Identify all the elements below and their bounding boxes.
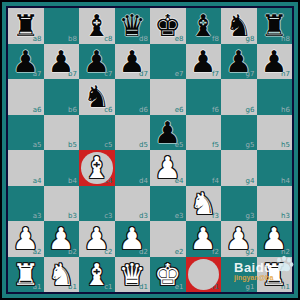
board-frame-outer: a8♜b8c8♝d8♛e8♚f8♝g8♞h8♜a7♟b7♟c7♟d7♟e7f7♟… bbox=[0, 0, 300, 300]
square-g7[interactable]: g7♟ bbox=[221, 44, 257, 80]
square-c2[interactable]: c2♟ bbox=[79, 221, 115, 257]
square-g1[interactable]: g1 bbox=[221, 257, 257, 293]
piece-black-rook[interactable]: ♜ bbox=[8, 8, 44, 44]
square-g8[interactable]: g8♞ bbox=[221, 8, 257, 44]
piece-black-pawn[interactable]: ♟ bbox=[115, 44, 151, 80]
square-label-f4: f4 bbox=[212, 177, 219, 185]
square-d5[interactable]: d5 bbox=[115, 115, 151, 151]
square-label-d4: d4 bbox=[139, 177, 148, 185]
square-g6[interactable]: g6 bbox=[221, 79, 257, 115]
square-label-a6: a6 bbox=[33, 106, 42, 114]
square-e3[interactable]: e3 bbox=[150, 186, 186, 222]
square-f2[interactable]: f2♟ bbox=[186, 221, 222, 257]
piece-black-pawn[interactable]: ♟ bbox=[221, 44, 257, 80]
square-h7[interactable]: h7♟ bbox=[257, 44, 293, 80]
piece-white-queen[interactable]: ♛ bbox=[115, 257, 151, 293]
square-e8[interactable]: e8♚ bbox=[150, 8, 186, 44]
square-e2[interactable]: e2 bbox=[150, 221, 186, 257]
square-c1[interactable]: c1♝ bbox=[79, 257, 115, 293]
square-label-g6: g6 bbox=[246, 106, 255, 114]
square-label-h5: h5 bbox=[281, 141, 290, 149]
piece-white-pawn[interactable]: ♟ bbox=[257, 221, 293, 257]
square-a6[interactable]: a6 bbox=[8, 79, 44, 115]
move-highlight-circle bbox=[188, 259, 220, 291]
square-c4[interactable]: c4♝ bbox=[79, 150, 115, 186]
piece-white-bishop[interactable]: ♝ bbox=[79, 257, 115, 293]
square-c8[interactable]: c8♝ bbox=[79, 8, 115, 44]
square-a2[interactable]: a2♟ bbox=[8, 221, 44, 257]
square-f1[interactable]: f1 bbox=[186, 257, 222, 293]
piece-black-pawn[interactable]: ♟ bbox=[44, 44, 80, 80]
piece-black-queen[interactable]: ♛ bbox=[115, 8, 151, 44]
square-b6[interactable]: b6 bbox=[44, 79, 80, 115]
square-b2[interactable]: b2♟ bbox=[44, 221, 80, 257]
piece-black-pawn[interactable]: ♟ bbox=[150, 115, 186, 151]
square-a8[interactable]: a8♜ bbox=[8, 8, 44, 44]
piece-white-king[interactable]: ♚ bbox=[150, 257, 186, 293]
square-g2[interactable]: g2♟ bbox=[221, 221, 257, 257]
square-b1[interactable]: b1♞ bbox=[44, 257, 80, 293]
square-label-e6: e6 bbox=[175, 106, 184, 114]
square-f5[interactable]: f5 bbox=[186, 115, 222, 151]
piece-black-pawn[interactable]: ♟ bbox=[8, 44, 44, 80]
chess-board: a8♜b8c8♝d8♛e8♚f8♝g8♞h8♜a7♟b7♟c7♟d7♟e7f7♟… bbox=[8, 8, 292, 292]
piece-black-pawn[interactable]: ♟ bbox=[257, 44, 293, 80]
square-h4[interactable]: h4 bbox=[257, 150, 293, 186]
square-c7[interactable]: c7♟ bbox=[79, 44, 115, 80]
piece-white-rook[interactable]: ♜ bbox=[8, 257, 44, 293]
square-h6[interactable]: h6 bbox=[257, 79, 293, 115]
square-label-a5: a5 bbox=[33, 141, 42, 149]
square-label-e3: e3 bbox=[175, 212, 184, 220]
square-f7[interactable]: f7♟ bbox=[186, 44, 222, 80]
square-label-b4: b4 bbox=[68, 177, 77, 185]
square-label-a4: a4 bbox=[33, 177, 42, 185]
square-a7[interactable]: a7♟ bbox=[8, 44, 44, 80]
square-f6[interactable]: f6 bbox=[186, 79, 222, 115]
square-c3[interactable]: c3 bbox=[79, 186, 115, 222]
square-d6[interactable]: d6 bbox=[115, 79, 151, 115]
piece-white-pawn[interactable]: ♟ bbox=[186, 221, 222, 257]
square-label-c3: c3 bbox=[104, 212, 112, 220]
square-label-f5: f5 bbox=[212, 141, 219, 149]
piece-black-knight[interactable]: ♞ bbox=[79, 79, 115, 115]
square-label-d6: d6 bbox=[139, 106, 148, 114]
square-h1[interactable]: h1♜ bbox=[257, 257, 293, 293]
square-g5[interactable]: g5 bbox=[221, 115, 257, 151]
square-label-f6: f6 bbox=[212, 106, 219, 114]
square-h5[interactable]: h5 bbox=[257, 115, 293, 151]
square-label-g4: g4 bbox=[246, 177, 255, 185]
board-frame-navy: a8♜b8c8♝d8♛e8♚f8♝g8♞h8♜a7♟b7♟c7♟d7♟e7f7♟… bbox=[6, 6, 294, 294]
square-label-a3: a3 bbox=[33, 212, 42, 220]
piece-black-bishop[interactable]: ♝ bbox=[79, 8, 115, 44]
square-label-b5: b5 bbox=[68, 141, 77, 149]
square-label-g5: g5 bbox=[246, 141, 255, 149]
piece-black-pawn[interactable]: ♟ bbox=[79, 44, 115, 80]
square-e5[interactable]: e5♟ bbox=[150, 115, 186, 151]
square-label-c5: c5 bbox=[104, 141, 112, 149]
square-b7[interactable]: b7♟ bbox=[44, 44, 80, 80]
square-b4[interactable]: b4 bbox=[44, 150, 80, 186]
square-a1[interactable]: a1♜ bbox=[8, 257, 44, 293]
square-label-e7: e7 bbox=[175, 70, 184, 78]
square-d2[interactable]: d2♟ bbox=[115, 221, 151, 257]
piece-white-pawn[interactable]: ♟ bbox=[115, 221, 151, 257]
square-label-b8: b8 bbox=[68, 35, 77, 43]
square-b8[interactable]: b8 bbox=[44, 8, 80, 44]
piece-black-pawn[interactable]: ♟ bbox=[186, 44, 222, 80]
piece-black-king[interactable]: ♚ bbox=[150, 8, 186, 44]
square-h8[interactable]: h8♜ bbox=[257, 8, 293, 44]
piece-white-pawn[interactable]: ♟ bbox=[8, 221, 44, 257]
square-g3[interactable]: g3 bbox=[221, 186, 257, 222]
square-a5[interactable]: a5 bbox=[8, 115, 44, 151]
square-label-e2: e2 bbox=[175, 248, 184, 256]
square-e7[interactable]: e7 bbox=[150, 44, 186, 80]
square-label-d5: d5 bbox=[139, 141, 148, 149]
square-label-g3: g3 bbox=[246, 212, 255, 220]
piece-black-rook[interactable]: ♜ bbox=[257, 8, 293, 44]
square-f8[interactable]: f8♝ bbox=[186, 8, 222, 44]
square-d4[interactable]: d4 bbox=[115, 150, 151, 186]
square-d7[interactable]: d7♟ bbox=[115, 44, 151, 80]
square-e6[interactable]: e6 bbox=[150, 79, 186, 115]
square-g4[interactable]: g4 bbox=[221, 150, 257, 186]
square-a4[interactable]: a4 bbox=[8, 150, 44, 186]
square-c5[interactable]: c5 bbox=[79, 115, 115, 151]
square-a3[interactable]: a3 bbox=[8, 186, 44, 222]
piece-white-knight[interactable]: ♞ bbox=[186, 186, 222, 222]
square-d3[interactable]: d3 bbox=[115, 186, 151, 222]
piece-white-knight[interactable]: ♞ bbox=[44, 257, 80, 293]
piece-white-pawn[interactable]: ♟ bbox=[150, 150, 186, 186]
piece-white-pawn[interactable]: ♟ bbox=[221, 221, 257, 257]
piece-white-rook[interactable]: ♜ bbox=[257, 257, 293, 293]
square-h3[interactable]: h3 bbox=[257, 186, 293, 222]
square-c6[interactable]: c6♞ bbox=[79, 79, 115, 115]
square-label-b6: b6 bbox=[68, 106, 77, 114]
piece-white-pawn[interactable]: ♟ bbox=[79, 221, 115, 257]
square-label-d3: d3 bbox=[139, 212, 148, 220]
piece-black-knight[interactable]: ♞ bbox=[221, 8, 257, 44]
square-e4[interactable]: e4♟ bbox=[150, 150, 186, 186]
piece-white-pawn[interactable]: ♟ bbox=[44, 221, 80, 257]
piece-black-bishop[interactable]: ♝ bbox=[186, 8, 222, 44]
square-f4[interactable]: f4 bbox=[186, 150, 222, 186]
square-label-h6: h6 bbox=[281, 106, 290, 114]
square-f3[interactable]: f3♞ bbox=[186, 186, 222, 222]
square-label-g1: g1 bbox=[246, 283, 255, 291]
square-label-h3: h3 bbox=[281, 212, 290, 220]
square-b3[interactable]: b3 bbox=[44, 186, 80, 222]
piece-white-bishop[interactable]: ♝ bbox=[79, 150, 115, 186]
square-e1[interactable]: e1♚ bbox=[150, 257, 186, 293]
square-label-b3: b3 bbox=[68, 212, 77, 220]
square-d8[interactable]: d8♛ bbox=[115, 8, 151, 44]
square-d1[interactable]: d1♛ bbox=[115, 257, 151, 293]
square-b5[interactable]: b5 bbox=[44, 115, 80, 151]
board-frame-teal: a8♜b8c8♝d8♛e8♚f8♝g8♞h8♜a7♟b7♟c7♟d7♟e7f7♟… bbox=[2, 2, 298, 298]
square-label-h4: h4 bbox=[281, 177, 290, 185]
square-h2[interactable]: h2♟ bbox=[257, 221, 293, 257]
